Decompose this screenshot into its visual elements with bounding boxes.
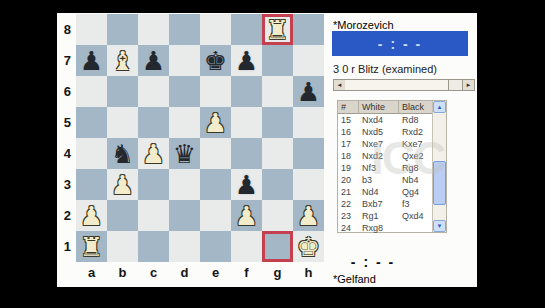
square-e5[interactable]: ♟	[200, 107, 231, 138]
square-c2[interactable]	[138, 200, 169, 231]
piece-black-pawn: ♟	[231, 45, 262, 76]
square-g1[interactable]	[262, 231, 293, 262]
square-f4[interactable]	[231, 138, 262, 169]
square-b7[interactable]: ♝	[107, 45, 138, 76]
header-move-number: #	[338, 101, 359, 114]
square-d4[interactable]: ♛	[169, 138, 200, 169]
move-number: 20	[338, 174, 359, 186]
move-black[interactable]: Qxd4	[399, 210, 434, 222]
file-label-h: h	[293, 265, 324, 280]
square-d3[interactable]	[169, 169, 200, 200]
square-a2[interactable]: ♟	[76, 200, 107, 231]
square-h8[interactable]	[293, 14, 324, 45]
move-row: 19Nf3Rg8	[338, 162, 446, 174]
move-white[interactable]: b3	[359, 174, 399, 186]
player-name-bottom: *Gelfand	[333, 273, 376, 285]
square-g3[interactable]	[262, 169, 293, 200]
square-g8[interactable]: ♜	[262, 14, 293, 45]
square-a7[interactable]: ♟	[76, 45, 107, 76]
move-row: 20b3Nb4	[338, 174, 446, 186]
square-a5[interactable]	[76, 107, 107, 138]
move-row: 15Nxd4Rd8	[338, 114, 446, 126]
square-d7[interactable]	[169, 45, 200, 76]
square-a3[interactable]	[76, 169, 107, 200]
scroll-up-icon[interactable]: ▲	[433, 101, 446, 113]
square-b6[interactable]	[107, 76, 138, 107]
game-navigation-scrollbar[interactable]: ◄ ►	[333, 79, 475, 91]
square-b2[interactable]	[107, 200, 138, 231]
piece-black-king: ♚	[200, 45, 231, 76]
square-f6[interactable]	[231, 76, 262, 107]
square-g4[interactable]	[262, 138, 293, 169]
move-row: 23Rg1Qxd4	[338, 210, 446, 222]
square-g6[interactable]	[262, 76, 293, 107]
rank-label-7: 7	[57, 45, 75, 76]
square-c4[interactable]: ♟	[138, 138, 169, 169]
move-black[interactable]: Kxe7	[399, 138, 434, 150]
move-white[interactable]: Nxd5	[359, 126, 399, 138]
square-d5[interactable]	[169, 107, 200, 138]
square-b4[interactable]: ♞	[107, 138, 138, 169]
move-list-rows: 15Nxd4Rd816Nxd5Rxd217Nxe7Kxe718Nxd2Qxe21…	[338, 114, 446, 234]
rank-labels: 87654321	[57, 14, 75, 262]
square-a1[interactable]: ♜	[76, 231, 107, 262]
piece-black-knight: ♞	[107, 138, 138, 169]
square-f5[interactable]	[231, 107, 262, 138]
piece-white-pawn: ♟	[138, 138, 169, 169]
scroll-right-icon[interactable]: ►	[462, 80, 474, 90]
file-label-a: a	[76, 265, 107, 280]
move-number: 22	[338, 198, 359, 210]
square-f7[interactable]: ♟	[231, 45, 262, 76]
file-label-b: b	[107, 265, 138, 280]
move-row: 17Nxe7Kxe7	[338, 138, 446, 150]
move-white[interactable]: Nd4	[359, 186, 399, 198]
square-g2[interactable]	[262, 200, 293, 231]
clock-top: - : - -	[332, 31, 468, 56]
move-list: # White Black 15Nxd4Rd816Nxd5Rxd217Nxe7K…	[337, 100, 447, 233]
move-white[interactable]: Bxb7	[359, 198, 399, 210]
move-white[interactable]: Nxd2	[359, 150, 399, 162]
square-d1[interactable]	[169, 231, 200, 262]
piece-white-pawn: ♟	[231, 200, 262, 231]
hscrollbar-thumb[interactable]	[345, 80, 449, 90]
square-h3[interactable]	[293, 169, 324, 200]
piece-white-king: ♚	[293, 231, 324, 262]
move-row: 24Rxg8	[338, 222, 446, 234]
piece-white-pawn: ♟	[293, 200, 324, 231]
square-h5[interactable]	[293, 107, 324, 138]
move-number: 23	[338, 210, 359, 222]
piece-white-bishop: ♝	[107, 45, 138, 76]
move-black[interactable]: Rg8	[399, 162, 434, 174]
square-c7[interactable]: ♟	[138, 45, 169, 76]
move-white[interactable]: Rg1	[359, 210, 399, 222]
move-row: 18Nxd2Qxe2	[338, 150, 446, 162]
square-c8[interactable]	[138, 14, 169, 45]
game-info-label: 3 0 r Blitz (examined)	[333, 63, 437, 75]
square-e6[interactable]	[200, 76, 231, 107]
square-h2[interactable]: ♟	[293, 200, 324, 231]
move-black[interactable]: Nb4	[399, 174, 434, 186]
square-f1[interactable]	[231, 231, 262, 262]
square-b1[interactable]	[107, 231, 138, 262]
square-e7[interactable]: ♚	[200, 45, 231, 76]
piece-white-pawn: ♟	[200, 107, 231, 138]
move-number: 15	[338, 114, 359, 126]
square-c1[interactable]	[138, 231, 169, 262]
rank-label-1: 1	[57, 231, 75, 262]
piece-black-pawn: ♟	[293, 76, 324, 107]
square-h7[interactable]	[293, 45, 324, 76]
piece-black-pawn: ♟	[138, 45, 169, 76]
rank-label-6: 6	[57, 76, 75, 107]
piece-white-pawn: ♟	[76, 200, 107, 231]
game-sidebar: *Morozevich - : - - 3 0 r Blitz (examine…	[333, 13, 477, 287]
player-name-top: *Morozevich	[333, 19, 394, 31]
square-f2[interactable]: ♟	[231, 200, 262, 231]
rank-label-3: 3	[57, 169, 75, 200]
rank-label-5: 5	[57, 107, 75, 138]
move-number: 16	[338, 126, 359, 138]
square-e2[interactable]	[200, 200, 231, 231]
square-h1[interactable]: ♚	[293, 231, 324, 262]
square-a4[interactable]	[76, 138, 107, 169]
scroll-down-icon[interactable]: ▼	[433, 220, 446, 232]
move-row: 22Bxb7f3	[338, 198, 446, 210]
square-e3[interactable]	[200, 169, 231, 200]
square-b3[interactable]: ♟	[107, 169, 138, 200]
square-g7[interactable]	[262, 45, 293, 76]
square-a8[interactable]	[76, 14, 107, 45]
square-e1[interactable]	[200, 231, 231, 262]
clock-bottom: - : - -	[333, 254, 413, 270]
square-d2[interactable]	[169, 200, 200, 231]
file-label-g: g	[262, 265, 293, 280]
square-c6[interactable]	[138, 76, 169, 107]
move-black[interactable]: Qg4	[399, 186, 434, 198]
square-d6[interactable]	[169, 76, 200, 107]
move-black[interactable]: Rd8	[399, 114, 434, 126]
move-black[interactable]: Rxd2	[399, 126, 434, 138]
file-label-e: e	[200, 265, 231, 280]
move-white[interactable]: Nxe7	[359, 138, 399, 150]
move-black[interactable]: f3	[399, 198, 434, 210]
move-number: 21	[338, 186, 359, 198]
vscrollbar-thumb[interactable]	[433, 161, 446, 205]
square-c3[interactable]	[138, 169, 169, 200]
move-number: 24	[338, 222, 359, 234]
piece-black-pawn: ♟	[76, 45, 107, 76]
move-list-header: # White Black	[338, 101, 446, 114]
header-white: White	[359, 101, 399, 114]
square-b5[interactable]	[107, 107, 138, 138]
move-white[interactable]: Nxd4	[359, 114, 399, 126]
square-g5[interactable]	[262, 107, 293, 138]
square-c5[interactable]	[138, 107, 169, 138]
move-list-scrollbar[interactable]: ▲ ▼	[432, 101, 446, 232]
file-labels: abcdefgh	[76, 265, 324, 280]
clock-top-time: - : - -	[378, 36, 422, 52]
piece-white-rook: ♜	[262, 14, 293, 45]
square-f8[interactable]	[231, 14, 262, 45]
rank-label-8: 8	[57, 14, 75, 45]
move-black[interactable]	[399, 222, 434, 234]
move-number: 18	[338, 150, 359, 162]
clock-bottom-time: - : - -	[351, 254, 395, 270]
piece-black-queen: ♛	[169, 138, 200, 169]
move-number: 19	[338, 162, 359, 174]
square-b8[interactable]	[107, 14, 138, 45]
piece-white-rook: ♜	[76, 231, 107, 262]
file-label-f: f	[231, 265, 262, 280]
square-e8[interactable]	[200, 14, 231, 45]
chess-app-window: 87654321 ♜♟♝♟♚♟♟♟♞♟♛♟♟♟♟♟♜♚ abcdefgh *Mo…	[57, 13, 477, 287]
move-black[interactable]: Qxe2	[399, 150, 434, 162]
rank-label-4: 4	[57, 138, 75, 169]
move-white[interactable]: Rxg8	[359, 222, 399, 234]
move-white[interactable]: Nf3	[359, 162, 399, 174]
piece-white-pawn: ♟	[107, 169, 138, 200]
chess-board: ♜♟♝♟♚♟♟♟♞♟♛♟♟♟♟♟♜♚	[76, 14, 324, 262]
square-h6[interactable]: ♟	[293, 76, 324, 107]
square-e4[interactable]	[200, 138, 231, 169]
piece-black-pawn: ♟	[231, 169, 262, 200]
file-label-c: c	[138, 265, 169, 280]
file-label-d: d	[169, 265, 200, 280]
square-f3[interactable]: ♟	[231, 169, 262, 200]
move-number: 17	[338, 138, 359, 150]
square-h4[interactable]	[293, 138, 324, 169]
header-black: Black	[399, 101, 434, 114]
rank-label-2: 2	[57, 200, 75, 231]
square-a6[interactable]	[76, 76, 107, 107]
square-d8[interactable]	[169, 14, 200, 45]
move-row: 16Nxd5Rxd2	[338, 126, 446, 138]
move-row: 21Nd4Qg4	[338, 186, 446, 198]
